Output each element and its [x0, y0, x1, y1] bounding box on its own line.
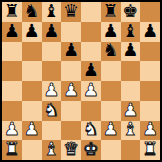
square-h3[interactable] — [140, 101, 160, 121]
square-c4[interactable]: ♟ — [42, 81, 62, 101]
white-pawn-icon: ♟ — [63, 81, 79, 99]
white-rook-icon: ♜ — [142, 140, 158, 158]
square-f5[interactable] — [101, 61, 121, 81]
black-king-icon: ♚ — [122, 2, 138, 20]
white-knight-icon: ♞ — [43, 101, 59, 119]
white-king-icon: ♚ — [83, 140, 99, 158]
square-c6[interactable] — [42, 42, 62, 62]
black-rook-icon: ♜ — [4, 2, 20, 20]
white-pawn-icon: ♟ — [103, 121, 119, 139]
square-f4[interactable] — [101, 81, 121, 101]
square-f1[interactable] — [101, 140, 121, 160]
square-a1[interactable]: ♜ — [2, 140, 22, 160]
square-g3[interactable]: ♟ — [121, 101, 141, 121]
square-d7[interactable] — [61, 22, 81, 42]
black-rook-icon: ♜ — [103, 2, 119, 20]
square-g6[interactable]: ♟ — [121, 42, 141, 62]
square-e3[interactable] — [81, 101, 101, 121]
square-c7[interactable]: ♟ — [42, 22, 62, 42]
square-c5[interactable] — [42, 61, 62, 81]
black-knight-icon: ♞ — [103, 42, 119, 60]
square-a7[interactable]: ♟ — [2, 22, 22, 42]
square-a3[interactable] — [2, 101, 22, 121]
square-d2[interactable] — [61, 121, 81, 141]
black-knight-icon: ♞ — [24, 2, 40, 20]
square-a5[interactable] — [2, 61, 22, 81]
white-pawn-icon: ♟ — [142, 121, 158, 139]
square-b5[interactable] — [22, 61, 42, 81]
square-h4[interactable] — [140, 81, 160, 101]
square-f6[interactable]: ♞ — [101, 42, 121, 62]
square-e2[interactable]: ♞ — [81, 121, 101, 141]
square-a8[interactable]: ♜ — [2, 2, 22, 22]
square-d4[interactable]: ♟ — [61, 81, 81, 101]
white-rook-icon: ♜ — [4, 140, 20, 158]
white-pawn-icon: ♟ — [122, 101, 138, 119]
black-bishop-icon: ♝ — [43, 2, 59, 20]
square-h1[interactable]: ♜ — [140, 140, 160, 160]
square-b7[interactable]: ♟ — [22, 22, 42, 42]
square-a6[interactable] — [2, 42, 22, 62]
square-a4[interactable] — [2, 81, 22, 101]
square-e5[interactable]: ♟ — [81, 61, 101, 81]
white-pawn-icon: ♟ — [24, 121, 40, 139]
square-h7[interactable]: ♟ — [140, 22, 160, 42]
square-d1[interactable]: ♛ — [61, 140, 81, 160]
white-knight-icon: ♞ — [83, 121, 99, 139]
white-pawn-icon: ♟ — [83, 81, 99, 99]
square-e6[interactable] — [81, 42, 101, 62]
white-pawn-icon: ♟ — [4, 121, 20, 139]
square-c1[interactable]: ♝ — [42, 140, 62, 160]
square-g1[interactable] — [121, 140, 141, 160]
square-h8[interactable] — [140, 2, 160, 22]
black-pawn-icon: ♟ — [63, 42, 79, 60]
square-b3[interactable] — [22, 101, 42, 121]
square-a2[interactable]: ♟ — [2, 121, 22, 141]
white-bishop-icon: ♝ — [122, 121, 138, 139]
square-b2[interactable]: ♟ — [22, 121, 42, 141]
square-g8[interactable]: ♚ — [121, 2, 141, 22]
white-bishop-icon: ♝ — [43, 140, 59, 158]
black-pawn-icon: ♟ — [83, 61, 99, 79]
square-b8[interactable]: ♞ — [22, 2, 42, 22]
black-pawn-icon: ♟ — [142, 22, 158, 40]
square-c3[interactable]: ♞ — [42, 101, 62, 121]
square-b1[interactable] — [22, 140, 42, 160]
square-h6[interactable] — [140, 42, 160, 62]
chess-board: ♜♞♝♛♜♚♟♟♟♟♝♟♟♞♟♟♟♟♟♞♟♟♟♞♟♝♟♜♝♛♚♜ — [0, 0, 162, 162]
square-g5[interactable] — [121, 61, 141, 81]
square-g2[interactable]: ♝ — [121, 121, 141, 141]
white-pawn-icon: ♟ — [43, 81, 59, 99]
square-d3[interactable] — [61, 101, 81, 121]
square-c8[interactable]: ♝ — [42, 2, 62, 22]
square-e7[interactable] — [81, 22, 101, 42]
black-bishop-icon: ♝ — [122, 22, 138, 40]
black-queen-icon: ♛ — [63, 2, 79, 20]
square-e8[interactable] — [81, 2, 101, 22]
square-d8[interactable]: ♛ — [61, 2, 81, 22]
square-g7[interactable]: ♝ — [121, 22, 141, 42]
square-b4[interactable] — [22, 81, 42, 101]
square-f8[interactable]: ♜ — [101, 2, 121, 22]
square-c2[interactable] — [42, 121, 62, 141]
square-g4[interactable] — [121, 81, 141, 101]
square-d5[interactable] — [61, 61, 81, 81]
white-queen-icon: ♛ — [63, 140, 79, 158]
square-d6[interactable]: ♟ — [61, 42, 81, 62]
square-f3[interactable] — [101, 101, 121, 121]
black-pawn-icon: ♟ — [122, 42, 138, 60]
square-h5[interactable] — [140, 61, 160, 81]
black-pawn-icon: ♟ — [24, 22, 40, 40]
square-f7[interactable]: ♟ — [101, 22, 121, 42]
black-pawn-icon: ♟ — [4, 22, 20, 40]
square-h2[interactable]: ♟ — [140, 121, 160, 141]
black-pawn-icon: ♟ — [103, 22, 119, 40]
square-e1[interactable]: ♚ — [81, 140, 101, 160]
square-f2[interactable]: ♟ — [101, 121, 121, 141]
black-pawn-icon: ♟ — [43, 22, 59, 40]
square-b6[interactable] — [22, 42, 42, 62]
square-e4[interactable]: ♟ — [81, 81, 101, 101]
